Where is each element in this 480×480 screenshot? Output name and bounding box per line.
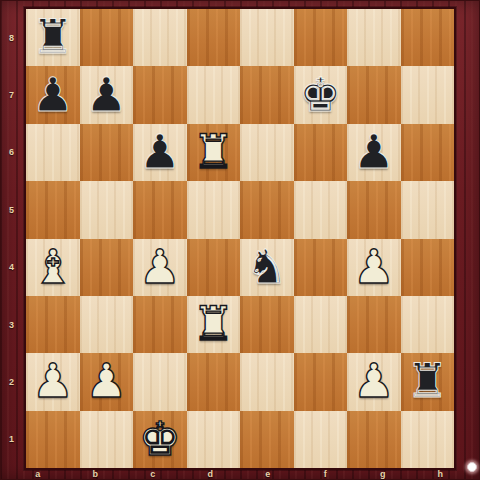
square-e3[interactable] <box>240 296 294 353</box>
square-c2[interactable] <box>133 353 187 410</box>
square-h5[interactable] <box>401 181 455 238</box>
square-e4[interactable]: ♞ <box>240 239 294 296</box>
square-a3[interactable] <box>26 296 80 353</box>
square-e6[interactable] <box>240 124 294 181</box>
chess-board: ♜♟♟♚♟♜♟♝♟♞♟♜♟♟♟♜♚ <box>26 9 454 468</box>
white-pawn-c4: ♟ <box>139 243 181 290</box>
square-f4[interactable] <box>294 239 348 296</box>
square-c4[interactable]: ♟ <box>133 239 187 296</box>
square-b1[interactable] <box>80 411 134 468</box>
white-king-c1: ♚ <box>139 415 181 462</box>
square-d4[interactable] <box>187 239 241 296</box>
square-a8[interactable]: ♜ <box>26 9 80 66</box>
square-a1[interactable] <box>26 411 80 468</box>
file-label-b: b <box>67 468 125 480</box>
square-c3[interactable] <box>133 296 187 353</box>
square-d2[interactable] <box>187 353 241 410</box>
file-labels: abcdefgh <box>9 468 469 480</box>
square-b5[interactable] <box>80 181 134 238</box>
square-f2[interactable] <box>294 353 348 410</box>
square-b7[interactable]: ♟ <box>80 66 134 123</box>
white-rook-d3: ♜ <box>192 300 234 347</box>
black-knight-e4: ♞ <box>246 243 288 290</box>
rank-labels: 87654321 <box>0 9 23 468</box>
square-f8[interactable] <box>294 9 348 66</box>
square-a4[interactable]: ♝ <box>26 239 80 296</box>
square-b8[interactable] <box>80 9 134 66</box>
square-h1[interactable] <box>401 411 455 468</box>
square-g7[interactable] <box>347 66 401 123</box>
square-g3[interactable] <box>347 296 401 353</box>
file-label-a: a <box>9 468 67 480</box>
black-king-f7: ♚ <box>299 71 341 118</box>
square-a5[interactable] <box>26 181 80 238</box>
square-g4[interactable]: ♟ <box>347 239 401 296</box>
rank-label-2: 2 <box>0 353 23 410</box>
rank-label-7: 7 <box>0 66 23 123</box>
white-to-move-indicator <box>467 462 477 472</box>
rank-label-3: 3 <box>0 296 23 353</box>
square-b2[interactable]: ♟ <box>80 353 134 410</box>
square-d1[interactable] <box>187 411 241 468</box>
square-c6[interactable]: ♟ <box>133 124 187 181</box>
rank-label-8: 8 <box>0 9 23 66</box>
square-b6[interactable] <box>80 124 134 181</box>
square-f5[interactable] <box>294 181 348 238</box>
square-f1[interactable] <box>294 411 348 468</box>
square-a6[interactable] <box>26 124 80 181</box>
file-label-c: c <box>124 468 182 480</box>
rank-label-4: 4 <box>0 239 23 296</box>
square-a7[interactable]: ♟ <box>26 66 80 123</box>
rank-label-1: 1 <box>0 411 23 468</box>
square-g2[interactable]: ♟ <box>347 353 401 410</box>
square-g1[interactable] <box>347 411 401 468</box>
black-pawn-b7: ♟ <box>85 71 127 118</box>
white-pawn-g4: ♟ <box>353 243 395 290</box>
square-f7[interactable]: ♚ <box>294 66 348 123</box>
square-c1[interactable]: ♚ <box>133 411 187 468</box>
square-g8[interactable] <box>347 9 401 66</box>
white-bishop-a4: ♝ <box>32 243 74 290</box>
square-h8[interactable] <box>401 9 455 66</box>
black-pawn-c6: ♟ <box>139 128 181 175</box>
square-c7[interactable] <box>133 66 187 123</box>
black-rook-h2: ♜ <box>406 357 448 404</box>
square-h4[interactable] <box>401 239 455 296</box>
square-b4[interactable] <box>80 239 134 296</box>
white-pawn-g2: ♟ <box>353 357 395 404</box>
file-label-d: d <box>182 468 240 480</box>
square-h3[interactable] <box>401 296 455 353</box>
square-h2[interactable]: ♜ <box>401 353 455 410</box>
square-c5[interactable] <box>133 181 187 238</box>
white-rook-d6: ♜ <box>192 128 234 175</box>
square-e5[interactable] <box>240 181 294 238</box>
rank-label-5: 5 <box>0 181 23 238</box>
square-g5[interactable] <box>347 181 401 238</box>
square-d3[interactable]: ♜ <box>187 296 241 353</box>
file-label-e: e <box>239 468 297 480</box>
black-rook-a8: ♜ <box>32 13 74 60</box>
square-e8[interactable] <box>240 9 294 66</box>
square-d5[interactable] <box>187 181 241 238</box>
square-f6[interactable] <box>294 124 348 181</box>
file-label-f: f <box>297 468 355 480</box>
file-label-g: g <box>354 468 412 480</box>
square-d7[interactable] <box>187 66 241 123</box>
square-b3[interactable] <box>80 296 134 353</box>
rank-label-6: 6 <box>0 124 23 181</box>
square-d8[interactable] <box>187 9 241 66</box>
square-h7[interactable] <box>401 66 455 123</box>
square-e2[interactable] <box>240 353 294 410</box>
file-label-h: h <box>412 468 470 480</box>
white-pawn-b2: ♟ <box>85 357 127 404</box>
black-pawn-a7: ♟ <box>32 71 74 118</box>
square-h6[interactable] <box>401 124 455 181</box>
square-d6[interactable]: ♜ <box>187 124 241 181</box>
square-e7[interactable] <box>240 66 294 123</box>
chess-board-frame: ♜♟♟♚♟♜♟♝♟♞♟♜♟♟♟♜♚ 87654321 abcdefgh <box>0 0 480 480</box>
square-c8[interactable] <box>133 9 187 66</box>
black-pawn-g6: ♟ <box>353 128 395 175</box>
square-f3[interactable] <box>294 296 348 353</box>
square-a2[interactable]: ♟ <box>26 353 80 410</box>
square-e1[interactable] <box>240 411 294 468</box>
white-pawn-a2: ♟ <box>32 357 74 404</box>
square-g6[interactable]: ♟ <box>347 124 401 181</box>
